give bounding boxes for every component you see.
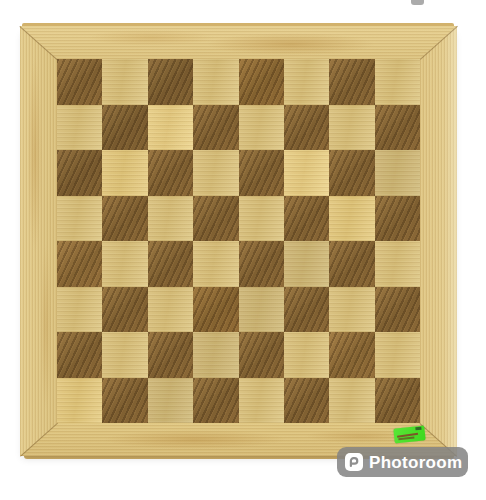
- photoroom-logo-icon: [345, 453, 363, 471]
- square-d7: [193, 105, 238, 151]
- square-e6: [239, 150, 284, 196]
- square-f3: [284, 287, 329, 333]
- square-a2: [57, 332, 102, 378]
- square-h1: [375, 378, 420, 424]
- square-d3: [193, 287, 238, 333]
- frame-rail-top: [20, 26, 457, 59]
- square-c6: [148, 150, 193, 196]
- square-h7: [375, 105, 420, 151]
- square-f6: [284, 150, 329, 196]
- square-h3: [375, 287, 420, 333]
- square-h5: [375, 196, 420, 242]
- square-c4: [148, 241, 193, 287]
- square-d4: [193, 241, 238, 287]
- frame-rail-left: [20, 26, 57, 456]
- square-f7: [284, 105, 329, 151]
- square-d1: [193, 378, 238, 424]
- square-c2: [148, 332, 193, 378]
- square-e1: [239, 378, 284, 424]
- photoroom-watermark: Photoroom: [337, 447, 468, 477]
- square-b8: [102, 59, 147, 105]
- square-h8: [375, 59, 420, 105]
- square-a4: [57, 241, 102, 287]
- square-f8: [284, 59, 329, 105]
- square-a7: [57, 105, 102, 151]
- square-f1: [284, 378, 329, 424]
- square-e2: [239, 332, 284, 378]
- square-a3: [57, 287, 102, 333]
- square-h6: [375, 150, 420, 196]
- background-speck: [411, 0, 424, 5]
- square-e8: [239, 59, 284, 105]
- square-d6: [193, 150, 238, 196]
- square-g7: [329, 105, 374, 151]
- square-d2: [193, 332, 238, 378]
- square-d5: [193, 196, 238, 242]
- chess-board: [20, 26, 457, 456]
- square-f2: [284, 332, 329, 378]
- square-e5: [239, 196, 284, 242]
- square-a6: [57, 150, 102, 196]
- square-c1: [148, 378, 193, 424]
- square-g3: [329, 287, 374, 333]
- frame-rail-right: [420, 26, 457, 456]
- square-c3: [148, 287, 193, 333]
- sticker-scribble: [415, 427, 421, 431]
- square-g1: [329, 378, 374, 424]
- price-sticker: [393, 425, 425, 443]
- square-e7: [239, 105, 284, 151]
- square-a8: [57, 59, 102, 105]
- square-h4: [375, 241, 420, 287]
- square-g2: [329, 332, 374, 378]
- square-g8: [329, 59, 374, 105]
- square-h2: [375, 332, 420, 378]
- square-b2: [102, 332, 147, 378]
- sticker-scribble: [398, 437, 414, 440]
- square-a1: [57, 378, 102, 424]
- square-f5: [284, 196, 329, 242]
- photo-stage: Photoroom: [0, 0, 486, 500]
- board-grid: [57, 59, 420, 423]
- square-b5: [102, 196, 147, 242]
- square-g5: [329, 196, 374, 242]
- square-g4: [329, 241, 374, 287]
- square-c5: [148, 196, 193, 242]
- square-e3: [239, 287, 284, 333]
- square-a5: [57, 196, 102, 242]
- square-d8: [193, 59, 238, 105]
- square-b1: [102, 378, 147, 424]
- square-b6: [102, 150, 147, 196]
- square-f4: [284, 241, 329, 287]
- square-c8: [148, 59, 193, 105]
- square-b4: [102, 241, 147, 287]
- square-b7: [102, 105, 147, 151]
- square-e4: [239, 241, 284, 287]
- square-b3: [102, 287, 147, 333]
- square-c7: [148, 105, 193, 151]
- square-g6: [329, 150, 374, 196]
- watermark-label: Photoroom: [369, 454, 462, 471]
